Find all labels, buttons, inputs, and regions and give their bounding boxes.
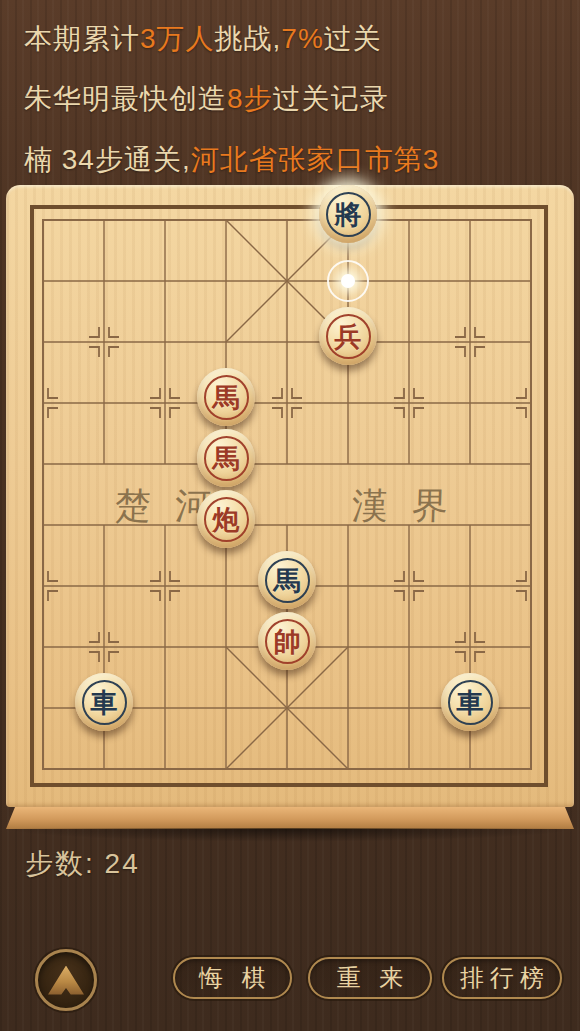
piece-red-馬[interactable]: 馬 (197, 368, 255, 426)
restart-button[interactable]: 重 来 (308, 957, 432, 999)
piece-character: 帥 (274, 628, 301, 655)
river-label-han: 漢界 (351, 486, 472, 526)
stat-text: 本期累计 (24, 23, 140, 54)
move-counter-label: 步数: (25, 848, 95, 879)
stats-line-challengers: 本期累计3万人挑战,7%过关 (24, 20, 382, 58)
stat-text: 挑战, (215, 23, 282, 54)
board-front-edge (6, 807, 574, 829)
piece-black-馬[interactable]: 馬 (258, 551, 316, 609)
stat-record-steps: 8步 (227, 83, 273, 114)
mountain-up-arrow-icon (48, 966, 84, 995)
stats-line-latest-pass: 楠 34步通关,河北省张家口市第3 (24, 141, 439, 179)
board-drop-shadow (0, 828, 580, 842)
piece-black-將[interactable]: 將 (319, 185, 377, 243)
stat-text: 楠 34步通关, (24, 144, 191, 175)
move-counter: 步数: 24 (25, 845, 140, 883)
piece-character: 車 (91, 689, 118, 716)
piece-red-帥[interactable]: 帥 (258, 612, 316, 670)
last-move-origin-highlight (327, 260, 369, 302)
piece-character: 兵 (335, 323, 362, 350)
piece-character: 馬 (213, 384, 240, 411)
piece-red-馬[interactable]: 馬 (197, 429, 255, 487)
piece-character: 炮 (213, 506, 240, 533)
piece-red-炮[interactable]: 炮 (197, 490, 255, 548)
stat-region-rank: 河北省张家口市第3 (191, 144, 440, 175)
leaderboard-label: 排行榜 (460, 962, 550, 994)
leaderboard-button[interactable]: 排行榜 (442, 957, 562, 999)
stat-text: 朱华明最快创造 (24, 83, 227, 114)
piece-character: 車 (457, 689, 484, 716)
stat-text: 过关 (324, 23, 382, 54)
stat-challenger-count: 3万人 (140, 23, 215, 54)
piece-black-車[interactable]: 車 (441, 673, 499, 731)
stats-line-record: 朱华明最快创造8步过关记录 (24, 80, 389, 118)
piece-red-兵[interactable]: 兵 (319, 307, 377, 365)
undo-move-label: 悔 棋 (199, 962, 272, 994)
move-counter-value: 24 (105, 848, 140, 879)
restart-label: 重 来 (337, 962, 410, 994)
piece-character: 馬 (213, 445, 240, 472)
piece-character: 馬 (274, 567, 301, 594)
undo-move-button[interactable]: 悔 棋 (173, 957, 292, 999)
stat-text: 过关记录 (273, 83, 389, 114)
app-screen: 本期累计3万人挑战,7%过关 朱华明最快创造8步过关记录 楠 34步通关,河北省… (0, 0, 580, 1031)
piece-black-車[interactable]: 車 (75, 673, 133, 731)
stat-pass-rate: 7% (281, 23, 323, 54)
piece-character: 將 (335, 201, 362, 228)
expand-menu-button[interactable] (35, 949, 97, 1011)
